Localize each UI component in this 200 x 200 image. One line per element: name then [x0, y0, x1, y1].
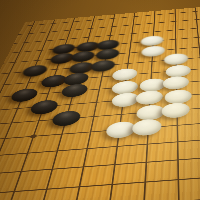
white-stone — [162, 102, 190, 119]
black-stone — [50, 110, 82, 127]
black-stone — [60, 83, 89, 98]
go-board — [0, 0, 200, 200]
white-stone — [141, 45, 165, 57]
white-stone — [164, 53, 188, 66]
black-stone — [95, 48, 120, 60]
black-stone — [70, 50, 96, 62]
white-stone — [163, 76, 189, 91]
black-stone — [90, 59, 116, 72]
white-stone — [132, 118, 162, 136]
white-stone — [135, 90, 162, 106]
go-board-photo — [0, 0, 200, 200]
white-stone — [105, 121, 136, 139]
black-stone — [21, 64, 49, 77]
star-point — [30, 134, 38, 138]
white-stone — [111, 68, 137, 82]
black-stone — [28, 99, 59, 115]
black-stone — [9, 88, 40, 103]
white-stone — [111, 92, 139, 108]
white-stone — [140, 35, 163, 46]
